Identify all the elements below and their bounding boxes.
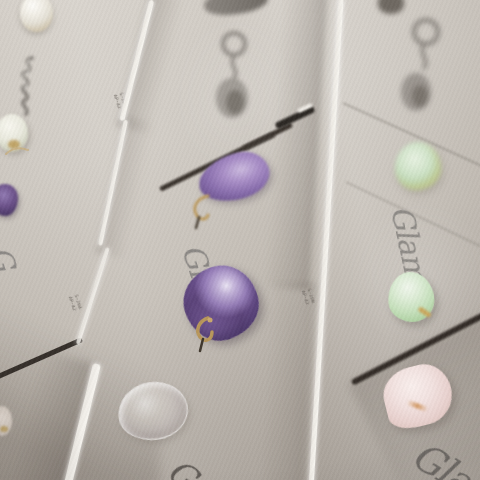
- vignette-overlay: [0, 0, 480, 480]
- photo-scene: Glam Gla G G Gla 5-20A AP-A2 5-20A AP-A2…: [0, 0, 480, 480]
